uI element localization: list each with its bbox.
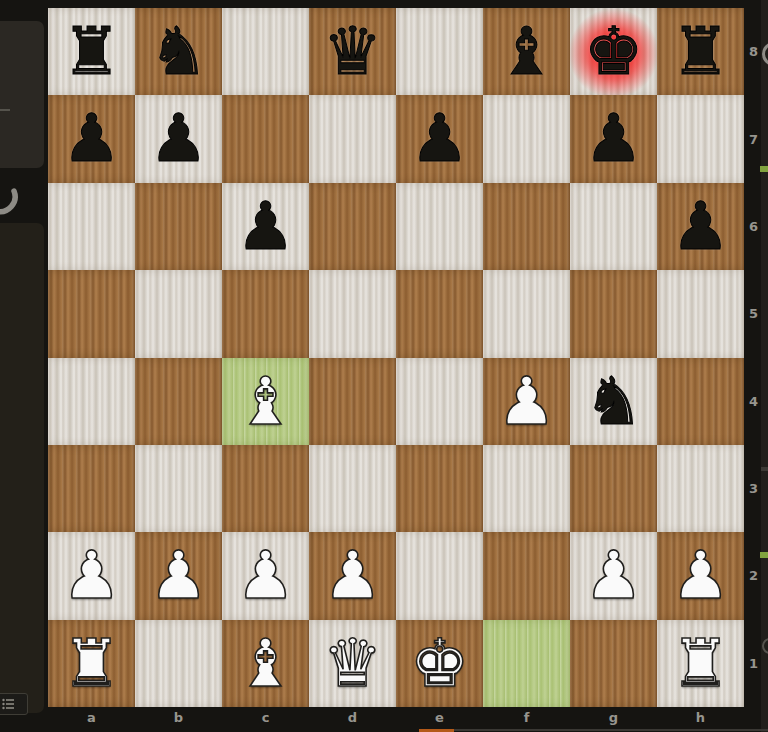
undo-arrow-icon[interactable] — [0, 187, 19, 215]
square-d3[interactable] — [309, 445, 396, 532]
piece-white-bishop[interactable]: ♝ — [222, 358, 309, 445]
square-c8[interactable] — [222, 8, 309, 95]
piece-white-king[interactable]: ♚ — [396, 620, 483, 707]
piece-black-pawn[interactable]: ♟ — [396, 95, 483, 182]
sidebar-divider-dash — [0, 109, 10, 111]
piece-white-pawn[interactable]: ♟ — [483, 358, 570, 445]
square-b2[interactable]: ♟ — [135, 532, 222, 619]
piece-white-pawn[interactable]: ♟ — [48, 532, 135, 619]
square-e2[interactable] — [396, 532, 483, 619]
piece-white-rook[interactable]: ♜ — [48, 620, 135, 707]
square-f5[interactable] — [483, 270, 570, 357]
square-a8[interactable]: ♜ — [48, 8, 135, 95]
sidebar-panel-bottom — [0, 223, 44, 713]
square-e5[interactable] — [396, 270, 483, 357]
square-f3[interactable] — [483, 445, 570, 532]
square-g6[interactable] — [570, 183, 657, 270]
square-h3[interactable] — [657, 445, 744, 532]
square-g2[interactable]: ♟ — [570, 532, 657, 619]
square-h8[interactable]: ♜ — [657, 8, 744, 95]
square-b8[interactable]: ♞ — [135, 8, 222, 95]
square-f8[interactable]: ♝ — [483, 8, 570, 95]
file-label-c: c — [222, 706, 309, 728]
square-g3[interactable] — [570, 445, 657, 532]
square-h4[interactable] — [657, 358, 744, 445]
file-label-g: g — [570, 706, 657, 728]
square-a6[interactable] — [48, 183, 135, 270]
square-a3[interactable] — [48, 445, 135, 532]
file-label-b: b — [135, 706, 222, 728]
piece-black-queen[interactable]: ♛ — [309, 8, 396, 95]
square-c1[interactable]: ♝ — [222, 620, 309, 707]
file-label-e: e — [396, 706, 483, 728]
square-g4[interactable]: ♞ — [570, 358, 657, 445]
piece-black-rook[interactable]: ♜ — [657, 8, 744, 95]
square-h5[interactable] — [657, 270, 744, 357]
piece-black-pawn[interactable]: ♟ — [657, 183, 744, 270]
square-h7[interactable] — [657, 95, 744, 182]
square-c2[interactable]: ♟ — [222, 532, 309, 619]
piece-white-pawn[interactable]: ♟ — [309, 532, 396, 619]
chess-analysis-app: ♜♞♛♝♚♜♟♟♟♟♟♟♝♟♞♟♟♟♟♟♟♜♝♛♚♜ abcdefgh 8765… — [0, 0, 768, 732]
progress-track — [454, 729, 768, 731]
list-icon — [2, 698, 14, 710]
square-e6[interactable] — [396, 183, 483, 270]
square-a4[interactable] — [48, 358, 135, 445]
piece-white-rook[interactable]: ♜ — [657, 620, 744, 707]
piece-black-pawn[interactable]: ♟ — [570, 95, 657, 182]
square-e1[interactable]: ♚ — [396, 620, 483, 707]
piece-black-pawn[interactable]: ♟ — [135, 95, 222, 182]
square-f2[interactable] — [483, 532, 570, 619]
square-a2[interactable]: ♟ — [48, 532, 135, 619]
square-a5[interactable] — [48, 270, 135, 357]
square-g1[interactable] — [570, 620, 657, 707]
piece-white-pawn[interactable]: ♟ — [222, 532, 309, 619]
square-f4[interactable]: ♟ — [483, 358, 570, 445]
square-h2[interactable]: ♟ — [657, 532, 744, 619]
green-marker-bottom — [760, 552, 768, 558]
piece-black-knight[interactable]: ♞ — [135, 8, 222, 95]
square-c3[interactable] — [222, 445, 309, 532]
square-c7[interactable] — [222, 95, 309, 182]
piece-black-knight[interactable]: ♞ — [570, 358, 657, 445]
square-g8[interactable]: ♚ — [570, 8, 657, 95]
menu-list-button[interactable] — [0, 693, 28, 715]
gray-marker — [761, 467, 768, 471]
square-g7[interactable]: ♟ — [570, 95, 657, 182]
square-b4[interactable] — [135, 358, 222, 445]
sidebar-panel-top — [0, 21, 44, 168]
piece-white-pawn[interactable]: ♟ — [135, 532, 222, 619]
square-d6[interactable] — [309, 183, 396, 270]
square-e8[interactable] — [396, 8, 483, 95]
piece-black-king[interactable]: ♚ — [570, 8, 657, 95]
square-h1[interactable]: ♜ — [657, 620, 744, 707]
square-d1[interactable]: ♛ — [309, 620, 396, 707]
square-f7[interactable] — [483, 95, 570, 182]
square-d2[interactable]: ♟ — [309, 532, 396, 619]
file-labels: abcdefgh — [48, 706, 744, 728]
square-b6[interactable] — [135, 183, 222, 270]
square-e3[interactable] — [396, 445, 483, 532]
square-f1[interactable] — [483, 620, 570, 707]
piece-black-pawn[interactable]: ♟ — [222, 183, 309, 270]
square-d4[interactable] — [309, 358, 396, 445]
file-label-d: d — [309, 706, 396, 728]
square-c5[interactable] — [222, 270, 309, 357]
file-label-h: h — [657, 706, 744, 728]
piece-white-pawn[interactable]: ♟ — [657, 532, 744, 619]
square-c6[interactable]: ♟ — [222, 183, 309, 270]
square-a1[interactable]: ♜ — [48, 620, 135, 707]
square-b7[interactable]: ♟ — [135, 95, 222, 182]
square-h6[interactable]: ♟ — [657, 183, 744, 270]
square-d7[interactable] — [309, 95, 396, 182]
piece-white-bishop[interactable]: ♝ — [222, 620, 309, 707]
piece-white-pawn[interactable]: ♟ — [570, 532, 657, 619]
square-e7[interactable]: ♟ — [396, 95, 483, 182]
piece-black-rook[interactable]: ♜ — [48, 8, 135, 95]
green-marker-top — [760, 166, 768, 172]
piece-white-queen[interactable]: ♛ — [309, 620, 396, 707]
piece-black-bishop[interactable]: ♝ — [483, 8, 570, 95]
file-label-f: f — [483, 706, 570, 728]
square-f6[interactable] — [483, 183, 570, 270]
chess-board: ♜♞♛♝♚♜♟♟♟♟♟♟♝♟♞♟♟♟♟♟♟♜♝♛♚♜ — [48, 8, 744, 707]
square-b5[interactable] — [135, 270, 222, 357]
square-c4[interactable]: ♝ — [222, 358, 309, 445]
piece-black-pawn[interactable]: ♟ — [48, 95, 135, 182]
square-b3[interactable] — [135, 445, 222, 532]
square-e4[interactable] — [396, 358, 483, 445]
square-g5[interactable] — [570, 270, 657, 357]
square-b1[interactable] — [135, 620, 222, 707]
right-edge-strip — [761, 0, 768, 732]
square-d8[interactable]: ♛ — [309, 8, 396, 95]
file-label-a: a — [48, 706, 135, 728]
square-a7[interactable]: ♟ — [48, 95, 135, 182]
square-d5[interactable] — [309, 270, 396, 357]
